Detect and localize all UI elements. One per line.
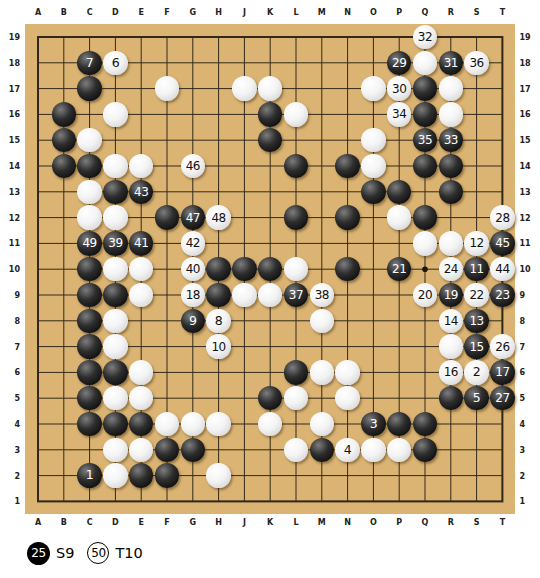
col-label-bottom-M: M [312,518,332,528]
col-label-bottom-K: K [260,518,280,528]
white-stone-M9-move-38: 38 [310,283,335,308]
col-label-bottom-T: T [492,518,512,528]
black-stone-R14 [439,154,464,179]
white-stone-L16 [284,102,309,127]
white-stone-D7 [103,334,128,359]
white-stone-D10 [103,257,128,282]
row-label-right-15: 15 [519,136,539,146]
black-stone-G3 [181,438,206,463]
black-stone-Q17 [413,76,438,101]
white-stone-T12-move-28: 28 [490,205,515,230]
col-label-bottom-E: E [131,518,151,528]
black-stone-C11-move-49: 49 [77,231,102,256]
white-stone-G4 [181,412,206,437]
col-label-top-B: B [54,8,74,18]
black-stone-N12 [335,205,360,230]
white-stone-P16-move-34: 34 [387,102,412,127]
white-stone-D5 [103,386,128,411]
col-label-bottom-R: R [441,518,461,528]
white-stone-D3 [103,438,128,463]
white-stone-D14 [103,154,128,179]
col-label-bottom-G: G [183,518,203,528]
col-label-top-N: N [338,8,358,18]
row-label-right-1: 1 [519,497,539,507]
black-stone-R9-move-19: 19 [439,283,464,308]
col-label-bottom-L: L [286,518,306,528]
row-label-right-9: 9 [519,291,539,301]
row-label-left-2: 2 [2,472,20,482]
black-stone-S8-move-13: 13 [464,309,489,334]
col-label-top-G: G [183,8,203,18]
go-kifu-diagram: 3276293136303435334643474828493941421245… [0,0,540,578]
col-label-bottom-F: F [157,518,177,528]
white-stone-G11-move-42: 42 [181,231,206,256]
white-stone-D12 [103,205,128,230]
col-label-bottom-N: N [338,518,358,528]
white-stone-M4 [310,412,335,437]
white-stone-N6 [335,360,360,385]
black-stone-C2-move-1: 1 [77,463,102,488]
row-label-left-13: 13 [2,188,20,198]
black-stone-T6-move-17: 17 [490,360,515,385]
caption: 25 S9 50 T10 [27,540,156,566]
black-stone-C14 [77,154,102,179]
row-label-right-5: 5 [519,394,539,404]
row-label-left-8: 8 [2,317,20,327]
black-stone-K16 [258,102,283,127]
black-stone-Q12 [413,205,438,230]
white-stone-D2 [103,463,128,488]
black-stone-R18-move-31: 31 [439,51,464,76]
black-stone-L12 [284,205,309,230]
white-stone-C12 [77,205,102,230]
row-label-right-3: 3 [519,446,539,456]
black-stone-C4 [77,412,102,437]
col-label-top-R: R [441,8,461,18]
row-label-right-11: 11 [519,239,539,249]
white-stone-R6-move-16: 16 [439,360,464,385]
white-stone-T10-move-44: 44 [490,257,515,282]
col-label-top-O: O [363,8,383,18]
col-label-bottom-A: A [28,518,48,528]
white-stone-R11 [439,231,464,256]
white-stone-S11-move-12: 12 [464,231,489,256]
white-stone-R17 [439,76,464,101]
row-label-right-10: 10 [519,265,539,275]
white-stone-N3-move-4: 4 [335,438,360,463]
row-label-right-16: 16 [519,110,539,120]
white-stone-D18-move-6: 6 [103,51,128,76]
black-stone-C8 [77,309,102,334]
row-label-left-15: 15 [2,136,20,146]
white-stone-H8-move-8: 8 [206,309,231,334]
black-stone-L6 [284,360,309,385]
black-stone-T5-move-27: 27 [490,386,515,411]
row-label-right-2: 2 [519,472,539,482]
caption-black-stone: 25 [27,542,50,565]
row-label-left-14: 14 [2,162,20,172]
black-stone-T11-move-45: 45 [490,231,515,256]
white-stone-R16 [439,102,464,127]
white-stone-C13 [77,180,102,205]
col-label-top-T: T [492,8,512,18]
col-label-top-J: J [234,8,254,18]
white-stone-D8 [103,309,128,334]
row-label-left-19: 19 [2,33,20,43]
row-label-right-7: 7 [519,343,539,353]
black-stone-G8-move-9: 9 [181,309,206,334]
black-stone-G12-move-47: 47 [181,205,206,230]
white-stone-H2 [206,463,231,488]
col-label-top-L: L [286,8,306,18]
row-label-right-19: 19 [519,33,539,43]
col-label-bottom-P: P [389,518,409,528]
white-stone-T7-move-26: 26 [490,334,515,359]
row-label-right-13: 13 [519,188,539,198]
black-stone-Q3 [413,438,438,463]
black-stone-C9 [77,283,102,308]
black-stone-F2 [155,463,180,488]
col-label-bottom-B: B [54,518,74,528]
col-label-top-Q: Q [415,8,435,18]
white-stone-G14-move-46: 46 [181,154,206,179]
col-label-bottom-D: D [105,518,125,528]
row-label-right-12: 12 [519,214,539,224]
white-stone-H4 [206,412,231,437]
caption-white-stone: 50 [87,542,109,564]
white-stone-E6 [129,360,154,385]
col-label-bottom-J: J [234,518,254,528]
row-label-left-11: 11 [2,239,20,249]
white-stone-S9-move-22: 22 [464,283,489,308]
col-label-bottom-H: H [209,518,229,528]
row-label-left-9: 9 [2,291,20,301]
caption-white-at: T10 [115,545,142,561]
white-stone-O15 [361,128,386,153]
black-stone-D4 [103,412,128,437]
black-stone-C18-move-7: 7 [77,51,102,76]
row-label-left-17: 17 [2,85,20,95]
black-stone-D6 [103,360,128,385]
black-stone-C7 [77,334,102,359]
white-stone-O17 [361,76,386,101]
black-stone-J10 [232,257,257,282]
black-stone-D9 [103,283,128,308]
white-stone-D16 [103,102,128,127]
black-stone-S7-move-15: 15 [464,334,489,359]
white-stone-M8 [310,309,335,334]
col-label-top-K: K [260,8,280,18]
row-label-right-8: 8 [519,317,539,327]
black-stone-M3 [310,438,335,463]
black-stone-H9 [206,283,231,308]
white-stone-F17 [155,76,180,101]
caption-black-at: S9 [56,545,74,561]
white-stone-L3 [284,438,309,463]
col-label-top-P: P [389,8,409,18]
row-label-left-1: 1 [2,497,20,507]
row-label-left-3: 3 [2,446,20,456]
black-stone-C17 [77,76,102,101]
col-label-bottom-C: C [80,518,100,528]
col-label-top-S: S [467,8,487,18]
black-stone-E11-move-41: 41 [129,231,154,256]
row-label-right-14: 14 [519,162,539,172]
row-label-left-6: 6 [2,368,20,378]
white-stone-R7 [439,334,464,359]
col-label-top-F: F [157,8,177,18]
white-stone-H7-move-10: 10 [206,334,231,359]
row-label-left-7: 7 [2,343,20,353]
col-label-top-A: A [28,8,48,18]
col-label-top-H: H [209,8,229,18]
row-label-left-16: 16 [2,110,20,120]
col-label-top-M: M [312,8,332,18]
white-stone-Q18 [413,51,438,76]
black-stone-O13 [361,180,386,205]
white-stone-R8-move-14: 14 [439,309,464,334]
col-label-top-D: D [105,8,125,18]
white-stone-Q11 [413,231,438,256]
row-label-left-10: 10 [2,265,20,275]
white-stone-M6 [310,360,335,385]
go-board[interactable]: 3276293136303435334643474828493941421245… [25,24,515,514]
white-stone-H12-move-48: 48 [206,205,231,230]
row-label-right-17: 17 [519,85,539,95]
col-label-top-E: E [131,8,151,18]
black-stone-F12 [155,205,180,230]
black-stone-C6 [77,360,102,385]
white-stone-S6-move-2: 2 [464,360,489,385]
black-stone-T9-move-23: 23 [490,283,515,308]
row-label-left-4: 4 [2,420,20,430]
row-label-right-18: 18 [519,59,539,69]
col-label-bottom-S: S [467,518,487,528]
black-stone-D13 [103,180,128,205]
white-stone-J17 [232,76,257,101]
black-stone-O4-move-3: 3 [361,412,386,437]
row-label-left-12: 12 [2,214,20,224]
col-label-top-C: C [80,8,100,18]
row-label-right-4: 4 [519,420,539,430]
black-stone-N14 [335,154,360,179]
black-stone-B14 [52,154,77,179]
white-stone-S18-move-36: 36 [464,51,489,76]
row-label-right-6: 6 [519,368,539,378]
col-label-bottom-Q: Q [415,518,435,528]
row-label-left-5: 5 [2,394,20,404]
black-stone-D11-move-39: 39 [103,231,128,256]
white-stone-O14 [361,154,386,179]
black-stone-B16 [52,102,77,127]
row-label-left-18: 18 [2,59,20,69]
white-stone-O3 [361,438,386,463]
white-stone-G9-move-18: 18 [181,283,206,308]
black-stone-Q16 [413,102,438,127]
col-label-bottom-O: O [363,518,383,528]
black-stone-R13 [439,180,464,205]
star-point-Q10 [422,266,428,272]
white-stone-J9 [232,283,257,308]
black-stone-F3 [155,438,180,463]
